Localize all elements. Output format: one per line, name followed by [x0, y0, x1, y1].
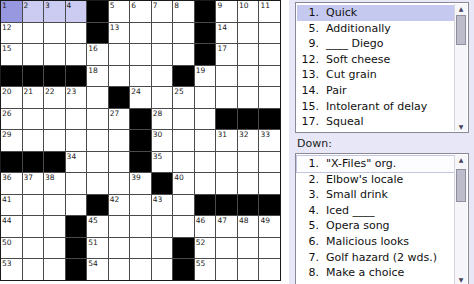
clue-number: 20	[2, 87, 12, 96]
clue-number: 55	[196, 259, 206, 268]
clue-number: 41	[2, 195, 12, 204]
clue-number: 24	[131, 87, 141, 96]
clue-number: 8	[174, 1, 179, 10]
grid-cell[interactable]: 1	[1, 1, 22, 22]
grid-cell[interactable]	[87, 173, 108, 194]
grid-cell[interactable]: 54	[87, 259, 108, 280]
grid-cell[interactable]	[44, 44, 65, 65]
grid-cell[interactable]: 45	[87, 216, 108, 237]
scroll-down-icon[interactable]: ▼	[455, 275, 467, 284]
clue-item[interactable]: 7.Golf hazard (2 wds.)	[297, 250, 454, 266]
grid-cell[interactable]	[195, 109, 216, 130]
grid-cell[interactable]	[109, 173, 130, 194]
black-square	[109, 87, 130, 108]
black-square	[238, 195, 259, 216]
clue-number: 45	[88, 216, 98, 225]
grid-cell[interactable]	[109, 66, 130, 87]
grid-cell[interactable]	[216, 66, 237, 87]
clue-item[interactable]: 8.Make a choice	[297, 265, 454, 281]
clue-item-number: 18.	[297, 130, 319, 133]
grid-cell[interactable]: 23	[66, 87, 87, 108]
clue-number: 25	[174, 87, 184, 96]
grid-cell[interactable]	[173, 44, 194, 65]
clue-item[interactable]: 1.Quick	[297, 5, 454, 21]
grid-cell[interactable]	[44, 216, 65, 237]
black-square	[195, 1, 216, 22]
grid-cell[interactable]: 26	[1, 109, 22, 130]
clue-number: 48	[239, 216, 249, 225]
black-square	[195, 23, 216, 44]
black-square	[44, 66, 65, 87]
grid-cell[interactable]	[130, 238, 151, 259]
grid-cell[interactable]	[195, 152, 216, 173]
grid-cell[interactable]	[109, 238, 130, 259]
grid-cell[interactable]	[23, 238, 44, 259]
clue-item-text: Small drink	[326, 187, 388, 203]
clue-item[interactable]: 17.Squeal	[297, 114, 454, 130]
black-square	[216, 109, 237, 130]
grid-cell[interactable]	[259, 152, 280, 173]
black-square	[173, 259, 194, 280]
grid-cell[interactable]	[130, 259, 151, 280]
grid-cell[interactable]	[109, 259, 130, 280]
black-square	[173, 66, 194, 87]
black-square	[152, 173, 173, 194]
grid-cell[interactable]: 18	[87, 66, 108, 87]
grid-cell[interactable]: 15	[1, 44, 22, 65]
clue-item-number: 12.	[297, 52, 319, 68]
black-square	[23, 152, 44, 173]
black-square	[195, 44, 216, 65]
grid-cell[interactable]	[130, 66, 151, 87]
grid-cell[interactable]	[44, 259, 65, 280]
across-clue-items: 1.Quick5.Additionally9.____ Diego12.Soft…	[297, 5, 454, 133]
grid-cell[interactable]	[259, 259, 280, 280]
grid-cell[interactable]	[173, 152, 194, 173]
grid-cell[interactable]	[66, 173, 87, 194]
clue-item[interactable]: 1."X-Files" org.	[297, 156, 454, 172]
grid-cell[interactable]: 46	[195, 216, 216, 237]
grid-cell[interactable]: 10	[238, 1, 259, 22]
grid-cell[interactable]	[23, 23, 44, 44]
clue-item-text: Quick	[326, 5, 357, 21]
clue-item-number: 14.	[297, 83, 319, 99]
black-square	[44, 152, 65, 173]
down-clue-list[interactable]: 1."X-Files" org.2.Elbow's locale3.Small …	[295, 153, 469, 284]
grid-cell[interactable]: 31	[216, 130, 237, 151]
clue-number: 3	[45, 1, 50, 10]
across-scrollbar[interactable]: ▲ ▼	[454, 4, 467, 131]
grid-cell[interactable]: 39	[130, 173, 151, 194]
grid-cell[interactable]: 42	[109, 195, 130, 216]
clue-item-text: Malicious looks	[326, 234, 409, 250]
grid-cell[interactable]	[44, 109, 65, 130]
clue-number: 49	[260, 216, 270, 225]
clue-number: 26	[2, 109, 12, 118]
clue-item-number: 15.	[297, 99, 319, 115]
grid-cell[interactable]: 50	[1, 238, 22, 259]
grid-cell[interactable]: 21	[23, 87, 44, 108]
grid-cell[interactable]	[44, 238, 65, 259]
grid-cell[interactable]	[23, 130, 44, 151]
clue-item[interactable]: 18.Hawaii's delicacy	[297, 130, 454, 133]
grid-cell[interactable]	[152, 238, 173, 259]
clue-number: 51	[88, 238, 98, 247]
clue-number: 14	[217, 23, 227, 32]
clue-number: 23	[67, 87, 77, 96]
grid-cell[interactable]	[44, 130, 65, 151]
grid-cell[interactable]: 34	[66, 152, 87, 173]
clue-number: 5	[110, 1, 115, 10]
clue-item-number: 6.	[297, 234, 319, 250]
clue-item[interactable]: 12.Soft cheese	[297, 52, 454, 68]
grid-cell[interactable]	[259, 238, 280, 259]
clue-item-text: Iced ____	[326, 203, 375, 219]
grid-cell[interactable]: 40	[173, 173, 194, 194]
grid-cell[interactable]	[216, 238, 237, 259]
grid-cell[interactable]	[238, 152, 259, 173]
black-square	[238, 109, 259, 130]
grid-cell[interactable]	[152, 259, 173, 280]
grid-cell[interactable]	[23, 216, 44, 237]
clue-item-text: Pair	[326, 83, 346, 99]
grid-cell[interactable]: 52	[195, 238, 216, 259]
clue-number: 38	[45, 173, 55, 182]
black-square	[259, 109, 280, 130]
grid-cell[interactable]: 38	[44, 173, 65, 194]
clue-number: 1	[2, 1, 7, 10]
clue-item-text: Elbow's locale	[326, 172, 403, 188]
black-square	[130, 109, 151, 130]
crossword-grid[interactable]: 1234567891011121314151617181920212223242…	[0, 0, 281, 281]
clue-number: 10	[239, 1, 249, 10]
clue-item-text: Golf hazard (2 wds.)	[326, 250, 437, 266]
grid-cell[interactable]	[216, 259, 237, 280]
clue-item-number: 5.	[297, 218, 319, 234]
grid-cell[interactable]: 22	[44, 87, 65, 108]
clue-number: 46	[196, 216, 206, 225]
grid-cell[interactable]	[152, 66, 173, 87]
clue-number: 18	[88, 66, 98, 75]
clue-number: 28	[153, 109, 163, 118]
black-square	[1, 66, 22, 87]
grid-cell[interactable]	[23, 195, 44, 216]
grid-cell[interactable]: 43	[152, 195, 173, 216]
grid-cell[interactable]	[259, 44, 280, 65]
clue-number: 11	[260, 1, 270, 10]
grid-cell[interactable]	[109, 216, 130, 237]
grid-cell[interactable]	[195, 130, 216, 151]
clue-number: 36	[2, 173, 12, 182]
clue-number: 15	[2, 44, 12, 53]
grid-cell[interactable]: 33	[259, 130, 280, 151]
clue-number: 17	[217, 44, 227, 53]
grid-cell[interactable]	[23, 44, 44, 65]
clue-item-number: 13.	[297, 67, 319, 83]
down-scrollbar[interactable]: ▲ ▼	[454, 155, 467, 284]
grid-cell[interactable]	[130, 216, 151, 237]
grid-cell[interactable]	[130, 44, 151, 65]
grid-cell[interactable]	[173, 23, 194, 44]
clue-number: 53	[2, 259, 12, 268]
grid-cell[interactable]: 30	[152, 130, 173, 151]
clue-item-number: 4.	[297, 203, 319, 219]
grid-cell[interactable]	[152, 23, 173, 44]
clue-item-number: 9.	[297, 36, 319, 52]
grid-cell[interactable]	[238, 44, 259, 65]
grid-cell[interactable]: 53	[1, 259, 22, 280]
grid-cell[interactable]: 19	[195, 66, 216, 87]
grid-cell[interactable]	[87, 109, 108, 130]
clue-number: 19	[196, 66, 206, 75]
clue-number: 4	[67, 1, 72, 10]
clue-number: 16	[88, 44, 98, 53]
clue-number: 39	[131, 173, 141, 182]
grid-cell[interactable]	[259, 66, 280, 87]
clue-item[interactable]: 5.Additionally	[297, 21, 454, 37]
clue-item[interactable]: 5.Opera song	[297, 218, 454, 234]
clue-item-text: Cut grain	[326, 67, 377, 83]
clue-number: 52	[196, 238, 206, 247]
grid-cell[interactable]: 8	[173, 1, 194, 22]
clue-number: 33	[260, 130, 270, 139]
grid-cell[interactable]: 25	[173, 87, 194, 108]
clue-item-text: "X-Files" org.	[326, 156, 396, 172]
grid-cell[interactable]: 16	[87, 44, 108, 65]
grid-cell[interactable]: 41	[1, 195, 22, 216]
scrollbar-thumb[interactable]	[456, 169, 466, 202]
grid-cell[interactable]: 51	[87, 238, 108, 259]
clue-number: 22	[45, 87, 55, 96]
clue-item[interactable]: 2.Elbow's locale	[297, 172, 454, 188]
grid-cell[interactable]: 27	[109, 109, 130, 130]
grid-cell[interactable]	[173, 195, 194, 216]
clue-item-number: 5.	[297, 21, 319, 37]
black-square	[66, 238, 87, 259]
grid-cell[interactable]	[23, 259, 44, 280]
black-square	[87, 195, 108, 216]
clue-item-number: 8.	[297, 265, 319, 281]
clue-number: 2	[24, 1, 29, 10]
grid-cell[interactable]	[238, 66, 259, 87]
grid-cell[interactable]: 32	[238, 130, 259, 151]
scroll-up-icon[interactable]: ▲	[455, 155, 467, 164]
grid-cell[interactable]	[238, 87, 259, 108]
grid-cell[interactable]: 3	[44, 1, 65, 22]
grid-cell[interactable]	[66, 23, 87, 44]
grid-cell[interactable]: 47	[216, 216, 237, 237]
clue-number: 31	[217, 130, 227, 139]
grid-cell[interactable]: 29	[1, 130, 22, 151]
clue-item-number: 7.	[297, 250, 319, 266]
clue-number: 50	[2, 238, 12, 247]
grid-cell[interactable]	[87, 130, 108, 151]
clue-item-text: Soft cheese	[326, 52, 390, 68]
grid-cell[interactable]: 20	[1, 87, 22, 108]
clue-item-number: 1.	[297, 5, 319, 21]
clue-item-text: Intolerant of delay	[326, 99, 427, 115]
grid-cell[interactable]	[130, 23, 151, 44]
grid-cell[interactable]	[238, 259, 259, 280]
grid-cell[interactable]	[173, 216, 194, 237]
grid-cell[interactable]	[216, 152, 237, 173]
clue-number: 37	[24, 173, 34, 182]
clue-item-text: Make a choice	[326, 265, 404, 281]
clue-number: 54	[88, 259, 98, 268]
grid-cell[interactable]: 44	[1, 216, 22, 237]
clue-number: 9	[217, 1, 222, 10]
clue-number: 13	[110, 23, 120, 32]
grid-cell[interactable]	[109, 44, 130, 65]
grid-cell[interactable]: 24	[130, 87, 151, 108]
black-square	[1, 152, 22, 173]
clue-number: 44	[2, 216, 12, 225]
grid-cell[interactable]	[216, 173, 237, 194]
clue-number: 42	[110, 195, 120, 204]
grid-cell[interactable]	[173, 130, 194, 151]
grid-cell[interactable]: 2	[23, 1, 44, 22]
clue-item[interactable]: 9.____ Diego	[297, 36, 454, 52]
clue-item[interactable]: 4.Iced ____	[297, 203, 454, 219]
grid-cell[interactable]	[152, 87, 173, 108]
grid-cell[interactable]: 35	[152, 152, 173, 173]
down-clue-items: 1."X-Files" org.2.Elbow's locale3.Small …	[297, 156, 454, 284]
scroll-down-icon[interactable]: ▼	[455, 122, 467, 131]
clue-number: 47	[217, 216, 227, 225]
grid-cell[interactable]: 9	[216, 1, 237, 22]
crossword-app: 1234567891011121314151617181920212223242…	[0, 0, 474, 284]
grid-cell[interactable]	[66, 130, 87, 151]
black-square	[87, 1, 108, 22]
clue-item-text: Opera song	[326, 218, 390, 234]
grid-cell[interactable]	[44, 195, 65, 216]
clue-item[interactable]: 3.Small drink	[297, 187, 454, 203]
clue-number: 6	[131, 1, 136, 10]
clue-number: 7	[153, 1, 158, 10]
clue-number: 43	[153, 195, 163, 204]
clue-item[interactable]: 14.Pair	[297, 83, 454, 99]
clue-number: 40	[174, 173, 184, 182]
clue-item-number: 3.	[297, 187, 319, 203]
clue-item-text: Additionally	[326, 21, 391, 37]
black-square	[195, 195, 216, 216]
clue-item[interactable]: 6.Malicious looks	[297, 234, 454, 250]
clue-item-text: Squeal	[326, 114, 364, 130]
grid-cell[interactable]	[66, 44, 87, 65]
black-square	[216, 195, 237, 216]
clue-number: 29	[2, 130, 12, 139]
scrollbar-thumb[interactable]	[456, 15, 466, 45]
clue-number: 34	[67, 152, 77, 161]
grid-cell[interactable]	[87, 87, 108, 108]
grid-cell[interactable]: 6	[130, 1, 151, 22]
clue-number: 32	[239, 130, 249, 139]
clue-item-number: 2.	[297, 172, 319, 188]
grid-cell[interactable]	[109, 130, 130, 151]
clue-item-number: 1.	[297, 156, 319, 172]
grid-cell[interactable]: 11	[259, 1, 280, 22]
black-square	[130, 130, 151, 151]
grid-cell[interactable]: 37	[23, 173, 44, 194]
grid-cell[interactable]	[259, 23, 280, 44]
black-square	[66, 259, 87, 280]
grid-cell[interactable]: 14	[216, 23, 237, 44]
clue-item[interactable]: 13.Cut grain	[297, 67, 454, 83]
across-clue-list[interactable]: 1.Quick5.Additionally9.____ Diego12.Soft…	[295, 2, 469, 133]
grid-cell[interactable]	[216, 87, 237, 108]
grid-cell[interactable]	[238, 238, 259, 259]
clue-number: 12	[2, 23, 12, 32]
black-square	[173, 238, 194, 259]
clue-item[interactable]: 15.Intolerant of delay	[297, 99, 454, 115]
grid-cell[interactable]	[238, 173, 259, 194]
grid-cell[interactable]	[259, 87, 280, 108]
clue-number: 35	[153, 152, 163, 161]
grid-cell[interactable]	[109, 152, 130, 173]
black-square	[259, 195, 280, 216]
grid-cell[interactable]: 49	[259, 216, 280, 237]
black-square	[66, 216, 87, 237]
clue-item-text: ____ Diego	[326, 36, 384, 52]
clue-number: 27	[110, 109, 120, 118]
grid-cell[interactable]	[195, 173, 216, 194]
grid-cell[interactable]: 36	[1, 173, 22, 194]
grid-cell[interactable]	[152, 216, 173, 237]
grid-cell[interactable]	[173, 109, 194, 130]
grid-cell[interactable]	[152, 44, 173, 65]
grid-cell[interactable]	[66, 109, 87, 130]
clue-number: 21	[24, 87, 34, 96]
scroll-up-icon[interactable]: ▲	[455, 4, 467, 13]
grid-cell[interactable]: 28	[152, 109, 173, 130]
clue-panel: 1.Quick5.Additionally9.____ Diego12.Soft…	[289, 0, 474, 284]
grid-cell[interactable]	[130, 195, 151, 216]
grid-cell[interactable]	[87, 152, 108, 173]
grid-cell[interactable]: 48	[238, 216, 259, 237]
grid-cell[interactable]	[195, 87, 216, 108]
grid-cell[interactable]: 55	[195, 259, 216, 280]
clue-item-text: Hawaii's delicacy	[326, 130, 420, 133]
grid-cell[interactable]	[238, 23, 259, 44]
down-label: Down:	[297, 137, 332, 150]
grid-cell[interactable]: 13	[109, 23, 130, 44]
grid-cell[interactable]	[23, 109, 44, 130]
black-square	[66, 66, 87, 87]
black-square	[23, 66, 44, 87]
grid-cell[interactable]: 5	[109, 1, 130, 22]
clue-item-number: 17.	[297, 114, 319, 130]
black-square	[130, 152, 151, 173]
clue-number: 30	[153, 130, 163, 139]
grid-cell[interactable]: 7	[152, 1, 173, 22]
grid-cell[interactable]	[259, 173, 280, 194]
grid-cell[interactable]: 4	[66, 1, 87, 22]
grid-cell[interactable]	[44, 23, 65, 44]
grid-cell[interactable]: 17	[216, 44, 237, 65]
black-square	[87, 23, 108, 44]
grid-cell[interactable]	[66, 195, 87, 216]
grid-cell[interactable]: 12	[1, 23, 22, 44]
